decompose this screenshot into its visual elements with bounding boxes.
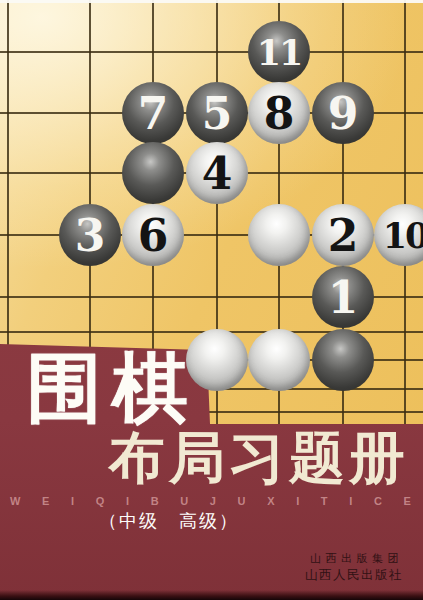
title-main: 布局习题册 — [109, 430, 409, 486]
move-number: 4 — [202, 148, 233, 199]
stone-black-11: 11 — [248, 21, 310, 83]
watermark-letter: B — [151, 495, 159, 507]
stone-white — [248, 204, 310, 266]
move-number: 8 — [264, 88, 295, 139]
publisher-group: 山西出版集团 — [305, 552, 403, 567]
stone-black-7: 7 — [122, 82, 184, 144]
watermark-letter: X — [267, 495, 274, 507]
move-number: 2 — [328, 210, 359, 261]
move-number: 10 — [383, 215, 423, 256]
watermark-letter: Q — [96, 495, 105, 507]
watermark-letter: I — [296, 495, 299, 507]
stone-white-4: 4 — [186, 142, 248, 204]
move-number: 6 — [138, 210, 169, 261]
watermark-letter: I — [349, 495, 352, 507]
stone-white-2: 2 — [312, 204, 374, 266]
move-number: 3 — [75, 210, 106, 261]
move-number: 7 — [138, 88, 169, 139]
stone-black-3: 3 — [59, 204, 121, 266]
publisher-press: 山西人民出版社 — [305, 567, 403, 584]
publisher-block: 山西出版集团 山西人民出版社 — [305, 552, 403, 583]
pinyin-watermark: WEIQIBUJUXITICE — [10, 495, 411, 507]
stone-white-8: 8 — [248, 82, 310, 144]
move-number: 1 — [328, 272, 359, 323]
stone-black — [312, 329, 374, 391]
stone-black-1: 1 — [312, 266, 374, 328]
cover-top-edge — [0, 0, 423, 3]
watermark-letter: E — [42, 495, 49, 507]
subtitle-level: （中级 高级） — [99, 509, 239, 533]
grid-line-horizontal — [0, 51, 423, 53]
stone-black-9: 9 — [312, 82, 374, 144]
watermark-letter: I — [71, 495, 74, 507]
watermark-letter: T — [321, 495, 328, 507]
move-number: 9 — [328, 88, 359, 139]
watermark-letter: E — [404, 495, 411, 507]
watermark-letter: W — [10, 495, 20, 507]
stone-black-5: 5 — [186, 82, 248, 144]
title-calligraphy: 围棋 — [26, 350, 198, 426]
stone-black — [122, 142, 184, 204]
watermark-letter: U — [238, 495, 246, 507]
move-number: 11 — [257, 32, 302, 73]
watermark-letter: I — [126, 495, 129, 507]
move-number: 5 — [202, 88, 233, 139]
watermark-letter: C — [374, 495, 382, 507]
watermark-letter: U — [180, 495, 188, 507]
book-cover: 围棋 布局习题册 WEIQIBUJUXITICE （中级 高级） 山西出版集团 … — [0, 0, 423, 600]
watermark-letter: J — [210, 495, 216, 507]
stone-white-6: 6 — [122, 204, 184, 266]
stone-white — [248, 329, 310, 391]
cover-bottom-edge — [0, 590, 423, 600]
stone-white — [186, 329, 248, 391]
